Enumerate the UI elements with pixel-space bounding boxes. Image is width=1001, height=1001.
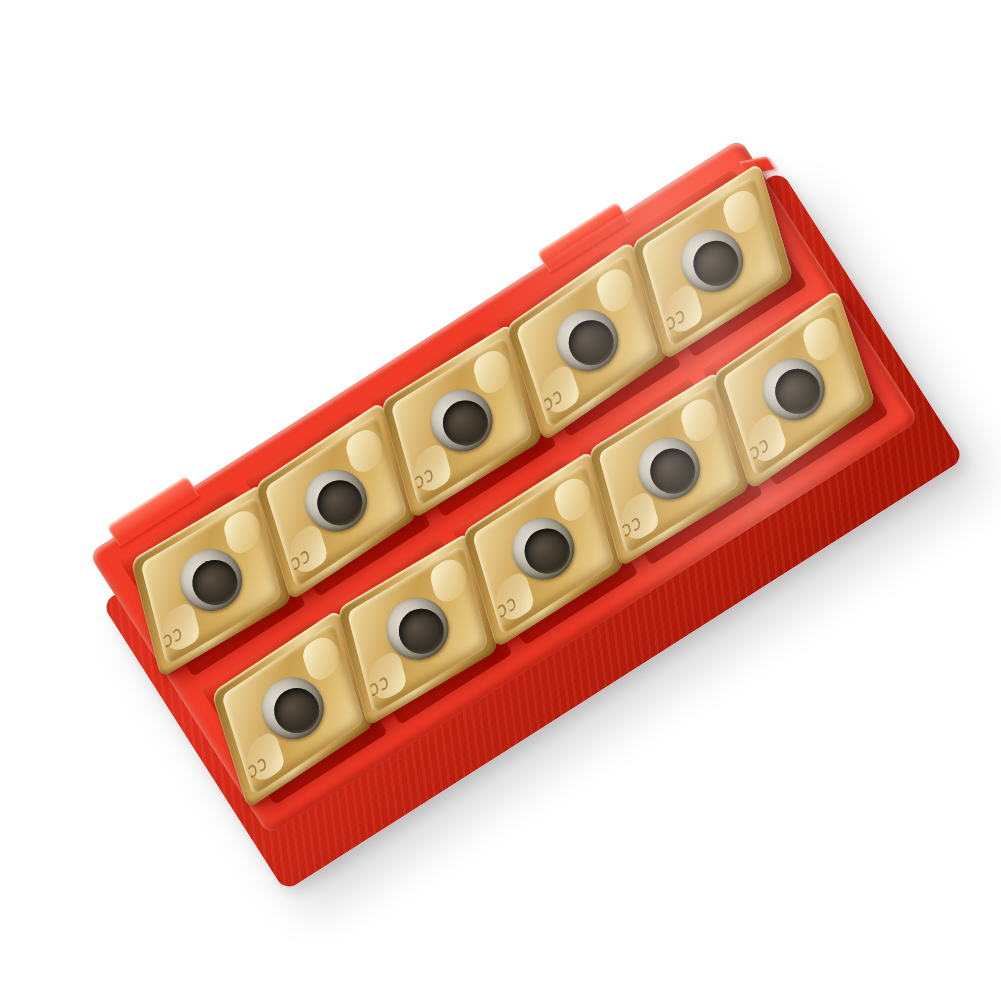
product-photo — [0, 0, 1001, 1001]
